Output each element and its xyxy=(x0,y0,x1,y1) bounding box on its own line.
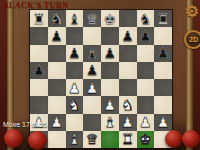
square-d6[interactable]: ♝ xyxy=(83,45,101,62)
piece-white-king[interactable]: ♚ xyxy=(139,132,152,146)
square-g3[interactable] xyxy=(137,96,155,113)
square-h2[interactable]: ♟ xyxy=(154,114,172,131)
piece-black-king[interactable]: ♚ xyxy=(104,11,117,25)
piece-black-pawn[interactable]: ♟ xyxy=(50,28,63,42)
square-b6[interactable] xyxy=(48,45,66,62)
square-c5[interactable] xyxy=(66,62,84,79)
square-f5[interactable] xyxy=(119,62,137,79)
piece-black-pawn[interactable]: ♟ xyxy=(121,28,134,42)
square-e2[interactable]: ♝ xyxy=(101,114,119,131)
red-ball-decoration xyxy=(28,131,47,150)
square-c8[interactable]: ♝ xyxy=(66,10,84,27)
square-h4[interactable] xyxy=(154,79,172,96)
square-g8[interactable]: ♞ xyxy=(137,10,155,27)
piece-black-knight[interactable]: ♞ xyxy=(139,11,152,25)
turn-indicator-label: BLACK'S TURN xyxy=(3,1,69,10)
red-ball-decoration xyxy=(4,129,23,148)
square-d5[interactable]: ♟ xyxy=(83,62,101,79)
square-g1[interactable]: ♚ xyxy=(137,131,155,148)
piece-black-pawn[interactable]: ♟ xyxy=(68,46,81,60)
square-d4[interactable]: ♟ xyxy=(83,79,101,96)
square-f6[interactable] xyxy=(119,45,137,62)
red-ball-decoration xyxy=(165,130,183,148)
piece-white-pawn[interactable]: ♟ xyxy=(50,115,63,129)
square-b5[interactable] xyxy=(48,62,66,79)
piece-black-pawn[interactable]: ♟ xyxy=(139,28,152,42)
piece-white-pawn[interactable]: ♟ xyxy=(104,97,117,111)
square-c3[interactable]: ♞ xyxy=(66,96,84,113)
piece-white-rook[interactable]: ♜ xyxy=(121,132,134,146)
square-f8[interactable] xyxy=(119,10,137,27)
square-g7[interactable]: ♟ xyxy=(137,27,155,44)
square-a3[interactable] xyxy=(30,96,48,113)
square-h6[interactable]: ♟ xyxy=(154,45,172,62)
piece-white-queen[interactable]: ♛ xyxy=(86,132,99,146)
square-e3[interactable]: ♟ xyxy=(101,96,119,113)
square-a7[interactable] xyxy=(30,27,48,44)
square-e6[interactable]: ♟ xyxy=(101,45,119,62)
piece-white-pawn[interactable]: ♟ xyxy=(121,115,134,129)
piece-black-bishop[interactable]: ♝ xyxy=(86,46,99,60)
chess-board[interactable]: ♜♞♝♛♚♞♜♟♟♟♟♝♟♟♟♟♟♟♞♟♞♟♟♝♟♟♟♜♝♛♜♚ xyxy=(30,10,172,148)
square-e4[interactable] xyxy=(101,79,119,96)
square-g2[interactable]: ♟ xyxy=(137,114,155,131)
square-c6[interactable]: ♟ xyxy=(66,45,84,62)
piece-white-pawn[interactable]: ♟ xyxy=(68,80,81,94)
piece-black-pawn[interactable]: ♟ xyxy=(86,63,99,77)
square-e7[interactable] xyxy=(101,27,119,44)
piece-black-knight[interactable]: ♞ xyxy=(50,11,63,25)
right-pillar-decoration xyxy=(186,0,193,150)
square-d2[interactable] xyxy=(83,114,101,131)
square-b7[interactable]: ♟ xyxy=(48,27,66,44)
square-h8[interactable]: ♜ xyxy=(154,10,172,27)
square-f2[interactable]: ♟ xyxy=(119,114,137,131)
piece-white-pawn[interactable]: ♟ xyxy=(86,80,99,94)
square-c7[interactable] xyxy=(66,27,84,44)
square-b2[interactable]: ♟ xyxy=(48,114,66,131)
piece-white-bishop[interactable]: ♝ xyxy=(68,132,81,146)
piece-white-pawn[interactable]: ♟ xyxy=(157,115,170,129)
chess-app-window: BLACK'S TURN ♜♞♝♛♚♞♜♟♟♟♟♝♟♟♟♟♟♟♞♟♞♟♟♝♟♟♟… xyxy=(0,0,200,150)
view-toggle-2d-button[interactable]: 2D xyxy=(184,30,200,49)
square-c1[interactable]: ♝ xyxy=(66,131,84,148)
square-g6[interactable] xyxy=(137,45,155,62)
square-e5[interactable] xyxy=(101,62,119,79)
square-c2[interactable] xyxy=(66,114,84,131)
square-a4[interactable] xyxy=(30,79,48,96)
piece-white-knight[interactable]: ♞ xyxy=(121,97,134,111)
piece-white-pawn[interactable]: ♟ xyxy=(139,115,152,129)
square-c4[interactable]: ♟ xyxy=(66,79,84,96)
square-a6[interactable] xyxy=(30,45,48,62)
square-h3[interactable] xyxy=(154,96,172,113)
square-h5[interactable] xyxy=(154,62,172,79)
red-ball-decoration xyxy=(182,130,200,148)
square-d3[interactable] xyxy=(83,96,101,113)
settings-gear-icon[interactable]: ⚙ xyxy=(183,3,200,21)
square-a5[interactable]: ♟ xyxy=(30,62,48,79)
square-f1[interactable]: ♜ xyxy=(119,131,137,148)
square-g5[interactable] xyxy=(137,62,155,79)
move-counter-label: Move 17 of 55 xyxy=(3,121,47,128)
square-d1[interactable]: ♛ xyxy=(83,131,101,148)
square-d8[interactable]: ♛ xyxy=(83,10,101,27)
square-g4[interactable] xyxy=(137,79,155,96)
square-b3[interactable] xyxy=(48,96,66,113)
piece-white-bishop[interactable]: ♝ xyxy=(104,115,117,129)
square-h7[interactable] xyxy=(154,27,172,44)
square-f7[interactable]: ♟ xyxy=(119,27,137,44)
square-a8[interactable]: ♜ xyxy=(30,10,48,27)
square-f4[interactable] xyxy=(119,79,137,96)
square-e1[interactable] xyxy=(101,131,119,148)
piece-black-rook[interactable]: ♜ xyxy=(33,11,46,25)
square-e8[interactable]: ♚ xyxy=(101,10,119,27)
piece-black-pawn[interactable]: ♟ xyxy=(157,46,170,60)
piece-white-knight[interactable]: ♞ xyxy=(68,97,81,111)
piece-black-pawn[interactable]: ♟ xyxy=(104,46,117,60)
right-edge-shade xyxy=(192,0,200,150)
piece-black-pawn[interactable]: ♟ xyxy=(33,63,46,77)
piece-black-queen[interactable]: ♛ xyxy=(86,11,99,25)
square-b1[interactable] xyxy=(48,131,66,148)
square-f3[interactable]: ♞ xyxy=(119,96,137,113)
square-b8[interactable]: ♞ xyxy=(48,10,66,27)
piece-black-bishop[interactable]: ♝ xyxy=(68,11,81,25)
square-b4[interactable] xyxy=(48,79,66,96)
square-d7[interactable] xyxy=(83,27,101,44)
piece-black-rook[interactable]: ♜ xyxy=(157,11,170,25)
